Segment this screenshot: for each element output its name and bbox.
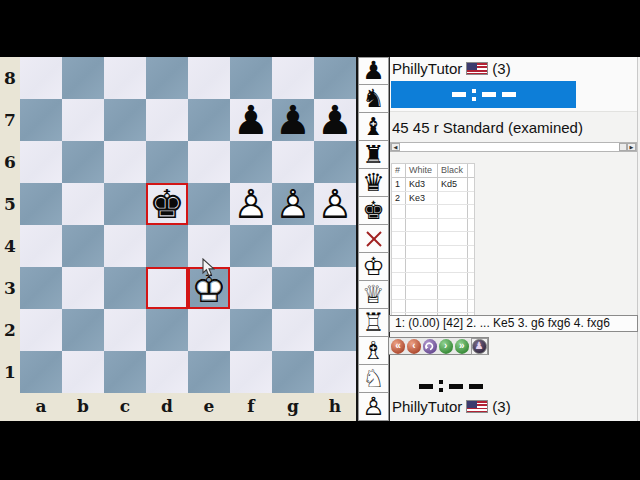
- move-cell: [468, 219, 474, 232]
- square-c7[interactable]: [104, 99, 146, 141]
- move-cell: [468, 205, 474, 218]
- move-cell: [392, 286, 406, 299]
- move-cell: [392, 205, 406, 218]
- move-cell: [406, 205, 438, 218]
- square-e7[interactable]: [188, 99, 230, 141]
- horizontal-scrollbar[interactable]: ◀ ▶: [390, 142, 637, 152]
- move-cell: [438, 286, 468, 299]
- file-label-g: g: [272, 393, 314, 421]
- square-c5[interactable]: [104, 183, 146, 225]
- move-cell: [468, 259, 474, 272]
- bottom-player-number: (3): [492, 398, 510, 415]
- move-cell: [406, 286, 438, 299]
- top-player-name: PhillyTutor: [392, 60, 462, 77]
- move-cell: [392, 300, 406, 313]
- square-c8[interactable]: [104, 57, 146, 99]
- bottom-player-name: PhillyTutor: [392, 398, 462, 415]
- move-cell: [468, 232, 474, 245]
- delete-x-icon: [365, 231, 383, 247]
- palette-white-bishop[interactable]: ♝♗: [358, 337, 389, 365]
- square-h5[interactable]: ♟♙: [314, 183, 356, 225]
- move-cell: [438, 192, 468, 205]
- clock-dash: [452, 92, 466, 97]
- square-c4[interactable]: [104, 225, 146, 267]
- undo-arrow-icon: [424, 341, 435, 351]
- square-f4[interactable]: [230, 225, 272, 267]
- move-table-row[interactable]: [392, 259, 474, 273]
- square-d8[interactable]: [146, 57, 188, 99]
- square-b7[interactable]: [62, 99, 104, 141]
- scroll-thumb[interactable]: [619, 143, 627, 151]
- piece-white-p[interactable]: ♟♙: [230, 183, 272, 225]
- square-a2[interactable]: [20, 309, 62, 351]
- us-flag-icon: [466, 62, 488, 75]
- move-cell: [468, 164, 474, 177]
- move-cell: [406, 273, 438, 286]
- square-b4[interactable]: [62, 225, 104, 267]
- piece-white-p[interactable]: ♟♙: [272, 183, 314, 225]
- game-status-line: 45 45 r Standard (examined): [392, 119, 583, 136]
- move-table-row[interactable]: [392, 205, 474, 219]
- piece-white-q[interactable]: ♛♕: [360, 282, 388, 308]
- move-table-row[interactable]: 2Ke3: [392, 192, 474, 206]
- move-table-row[interactable]: [392, 246, 474, 260]
- clock-dash: [502, 92, 516, 97]
- rank-label-3: 3: [0, 267, 20, 309]
- move-cell: [438, 273, 468, 286]
- clock-dash: [419, 384, 433, 389]
- move-cell: [392, 232, 406, 245]
- move-cell: White: [406, 164, 438, 177]
- move-cell: [438, 300, 468, 313]
- back-button[interactable]: ‹: [407, 339, 421, 354]
- piece-black-k[interactable]: ♚: [360, 198, 388, 224]
- square-h4[interactable]: [314, 225, 356, 267]
- palette-white-queen[interactable]: ♛♕: [358, 281, 389, 309]
- panel-right-edge: [637, 57, 638, 421]
- file-label-b: b: [62, 393, 104, 421]
- square-f3[interactable]: [230, 267, 272, 309]
- move-cell: [438, 259, 468, 272]
- engine-analysis-line: 1: (0.00) [42] 2. ... Ke5 3. g6 fxg6 4. …: [389, 315, 638, 332]
- piece-white-b[interactable]: ♝♗: [360, 338, 388, 364]
- piece-black-k[interactable]: ♚: [146, 183, 188, 225]
- app-window: ♟♟♟♚♟♙♟♙♟♙♚♔ 87654321 abcdefgh ♟♞♝♜♛♚♚♔♛…: [0, 0, 640, 480]
- square-f2[interactable]: [230, 309, 272, 351]
- move-cell: [468, 178, 474, 191]
- square-b2[interactable]: [62, 309, 104, 351]
- move-cell: [392, 259, 406, 272]
- file-label-f: f: [230, 393, 272, 421]
- piece-black-p[interactable]: ♟: [360, 58, 388, 84]
- us-flag-icon: [466, 400, 488, 413]
- square-d3[interactable]: [146, 267, 188, 309]
- letterbox-bottom: [0, 421, 640, 480]
- piece-black-p[interactable]: ♟: [272, 99, 314, 141]
- square-h8[interactable]: [314, 57, 356, 99]
- move-cell: [438, 219, 468, 232]
- palette-black-knight[interactable]: ♞: [358, 85, 389, 113]
- square-h1[interactable]: [314, 351, 356, 393]
- piece-black-p[interactable]: ♟: [230, 99, 272, 141]
- bottom-player-row: PhillyTutor (3): [392, 398, 511, 415]
- palette-black-queen[interactable]: ♛: [358, 169, 389, 197]
- palette-white-rook[interactable]: ♜♖: [358, 309, 389, 337]
- move-cell: Ke3: [406, 192, 438, 205]
- move-cell: [438, 232, 468, 245]
- piece-white-r[interactable]: ♜♖: [360, 310, 388, 336]
- square-e2[interactable]: [188, 309, 230, 351]
- move-list-table[interactable]: #WhiteBlack1Kd3Kd52Ke3: [391, 163, 475, 328]
- square-f1[interactable]: [230, 351, 272, 393]
- move-table-row[interactable]: [392, 232, 474, 246]
- rank-label-5: 5: [0, 183, 20, 225]
- clock-dash: [469, 384, 483, 389]
- square-g3[interactable]: [272, 267, 314, 309]
- square-d1[interactable]: [146, 351, 188, 393]
- square-e8[interactable]: [188, 57, 230, 99]
- square-g4[interactable]: [272, 225, 314, 267]
- square-g1[interactable]: [272, 351, 314, 393]
- rank-label-6: 6: [0, 141, 20, 183]
- piece-white-p[interactable]: ♟♙: [314, 183, 356, 225]
- square-b3[interactable]: [62, 267, 104, 309]
- square-c1[interactable]: [104, 351, 146, 393]
- square-h7[interactable]: ♟: [314, 99, 356, 141]
- piece-black-n[interactable]: ♞: [360, 86, 388, 112]
- square-e1[interactable]: [188, 351, 230, 393]
- piece-white-k[interactable]: ♚♔: [360, 254, 388, 280]
- move-table-row[interactable]: [392, 286, 474, 300]
- palette-black-bishop[interactable]: ♝: [358, 113, 389, 141]
- file-label-d: d: [146, 393, 188, 421]
- square-a1[interactable]: [20, 351, 62, 393]
- piece-white-n[interactable]: ♞♘: [360, 366, 388, 392]
- file-label-e: e: [188, 393, 230, 421]
- square-e5[interactable]: [188, 183, 230, 225]
- move-cell: Kd3: [406, 178, 438, 191]
- square-f5[interactable]: ♟♙: [230, 183, 272, 225]
- square-c3[interactable]: [104, 267, 146, 309]
- square-g5[interactable]: ♟♙: [272, 183, 314, 225]
- square-f7[interactable]: ♟: [230, 99, 272, 141]
- move-cell: [438, 205, 468, 218]
- undo-button[interactable]: [423, 339, 437, 354]
- move-cell: Black: [438, 164, 468, 177]
- top-clock: [391, 81, 576, 108]
- square-a8[interactable]: [20, 57, 62, 99]
- square-b8[interactable]: [62, 57, 104, 99]
- top-player-row: PhillyTutor (3): [392, 60, 511, 77]
- palette-white-pawn[interactable]: ♟♙: [358, 393, 389, 421]
- square-b1[interactable]: [62, 351, 104, 393]
- move-cell: #: [392, 164, 406, 177]
- move-table-header: #WhiteBlack: [392, 164, 474, 178]
- forward-button[interactable]: ›: [439, 339, 453, 354]
- move-cell: [406, 232, 438, 245]
- square-g2[interactable]: [272, 309, 314, 351]
- square-c2[interactable]: [104, 309, 146, 351]
- move-cell: [468, 286, 474, 299]
- top-player-number: (3): [492, 60, 510, 77]
- square-e6[interactable]: [188, 141, 230, 183]
- palette-white-king[interactable]: ♚♔: [358, 253, 389, 281]
- letterbox-top: [0, 0, 640, 57]
- jump-to-start-button[interactable]: «: [391, 339, 405, 354]
- square-f8[interactable]: [230, 57, 272, 99]
- clock-dash: [449, 384, 463, 389]
- piece-black-b[interactable]: ♝: [360, 114, 388, 140]
- piece-black-r[interactable]: ♜: [360, 142, 388, 168]
- palette-delete-x[interactable]: [358, 225, 389, 253]
- move-cell: [406, 219, 438, 232]
- move-table-row[interactable]: [392, 300, 474, 314]
- square-b6[interactable]: [62, 141, 104, 183]
- move-cell: [392, 246, 406, 259]
- palette-white-knight[interactable]: ♞♘: [358, 365, 389, 393]
- piece-black-q[interactable]: ♛: [360, 170, 388, 196]
- file-label-h: h: [314, 393, 356, 421]
- navigation-buttons: «‹›»♟: [388, 337, 489, 355]
- palette-black-rook[interactable]: ♜: [358, 141, 389, 169]
- scroll-track[interactable]: [400, 143, 619, 151]
- rank-label-2: 2: [0, 309, 20, 351]
- square-g6[interactable]: [272, 141, 314, 183]
- clock-dash: [482, 92, 496, 97]
- move-cell: Kd5: [438, 178, 468, 191]
- square-d4[interactable]: [146, 225, 188, 267]
- right-panel: PhillyTutor (3) 45 45 r Standard (examin…: [390, 57, 640, 421]
- move-cell: [406, 246, 438, 259]
- engine-button-frame[interactable]: ♟: [471, 338, 488, 355]
- figure-icon: ♟: [475, 341, 484, 351]
- mouse-cursor-icon: [202, 258, 215, 277]
- move-table-row[interactable]: 1Kd3Kd5: [392, 178, 474, 192]
- move-cell: [468, 300, 474, 313]
- file-label-a: a: [20, 393, 62, 421]
- jump-to-end-button[interactable]: »: [455, 339, 469, 354]
- board-margin: ♟♟♟♚♟♙♟♙♟♙♚♔ 87654321 abcdefgh: [0, 57, 356, 421]
- move-table-row[interactable]: [392, 219, 474, 233]
- square-b5[interactable]: [62, 183, 104, 225]
- piece-black-p[interactable]: ♟: [314, 99, 356, 141]
- move-cell: 1: [392, 178, 406, 191]
- square-a3[interactable]: [20, 267, 62, 309]
- square-d2[interactable]: [146, 309, 188, 351]
- clock-colon: [472, 89, 476, 101]
- rank-label-7: 7: [0, 99, 20, 141]
- rank-label-1: 1: [0, 351, 20, 393]
- square-g8[interactable]: [272, 57, 314, 99]
- move-cell: [438, 246, 468, 259]
- file-label-c: c: [104, 393, 146, 421]
- move-cell: [392, 273, 406, 286]
- square-h6[interactable]: [314, 141, 356, 183]
- scroll-left-button[interactable]: ◀: [391, 143, 400, 151]
- move-cell: [406, 300, 438, 313]
- chess-board[interactable]: ♟♟♟♚♟♙♟♙♟♙♚♔: [20, 57, 356, 393]
- square-h3[interactable]: [314, 267, 356, 309]
- move-cell: [468, 192, 474, 205]
- square-d5[interactable]: ♚: [146, 183, 188, 225]
- rank-label-8: 8: [0, 57, 20, 99]
- square-a7[interactable]: [20, 99, 62, 141]
- bottom-clock: [406, 377, 496, 395]
- move-cell: 2: [392, 192, 406, 205]
- square-h2[interactable]: [314, 309, 356, 351]
- square-a5[interactable]: [20, 183, 62, 225]
- piece-palette: ♟♞♝♜♛♚♚♔♛♕♜♖♝♗♞♘♟♙: [358, 57, 389, 421]
- move-table-row[interactable]: [392, 273, 474, 287]
- square-d7[interactable]: [146, 99, 188, 141]
- move-cell: [406, 259, 438, 272]
- scroll-right-button[interactable]: ▶: [627, 143, 636, 151]
- content-area: ♟♟♟♚♟♙♟♙♟♙♚♔ 87654321 abcdefgh ♟♞♝♜♛♚♚♔♛…: [0, 57, 640, 421]
- move-cell: [468, 246, 474, 259]
- clock-colon: [439, 380, 443, 392]
- square-g7[interactable]: ♟: [272, 99, 314, 141]
- engine-button[interactable]: ♟: [472, 339, 487, 354]
- square-d6[interactable]: [146, 141, 188, 183]
- move-cell: [392, 219, 406, 232]
- palette-black-pawn[interactable]: ♟: [358, 57, 389, 85]
- square-c6[interactable]: [104, 141, 146, 183]
- square-a6[interactable]: [20, 141, 62, 183]
- move-cell: [468, 273, 474, 286]
- piece-white-p[interactable]: ♟♙: [360, 394, 388, 420]
- palette-black-king[interactable]: ♚: [358, 197, 389, 225]
- square-a4[interactable]: [20, 225, 62, 267]
- rank-label-4: 4: [0, 225, 20, 267]
- square-f6[interactable]: [230, 141, 272, 183]
